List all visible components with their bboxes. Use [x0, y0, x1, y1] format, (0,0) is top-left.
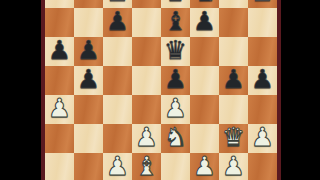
square-d2[interactable]: ♝	[132, 153, 161, 180]
square-h7[interactable]	[248, 8, 277, 37]
square-g3[interactable]: ♛	[219, 124, 248, 153]
piece-black-pawn-c7: ♟	[106, 7, 129, 36]
piece-white-knight-e3: ♞	[164, 123, 187, 152]
chess-board-frame: ♜♚♞♜♟♝♟♟♟♛♟♟♟♟♟♟♟♞♛♟♟♝♟♟	[41, 0, 281, 180]
piece-black-pawn-b5: ♟	[77, 65, 100, 94]
piece-black-pawn-b6: ♟	[77, 36, 100, 65]
square-d5[interactable]	[132, 66, 161, 95]
square-b5[interactable]: ♟	[74, 66, 103, 95]
piece-black-queen-e6: ♛	[164, 36, 187, 65]
square-d6[interactable]	[132, 37, 161, 66]
piece-white-pawn-c2: ♟	[106, 152, 129, 180]
square-a6[interactable]: ♟	[45, 37, 74, 66]
square-a3[interactable]	[45, 124, 74, 153]
square-c4[interactable]	[103, 95, 132, 124]
piece-white-pawn-d3: ♟	[135, 123, 158, 152]
piece-white-pawn-g2: ♟	[222, 152, 245, 180]
square-b8[interactable]	[74, 0, 103, 8]
square-f2[interactable]: ♟	[190, 153, 219, 180]
square-f4[interactable]	[190, 95, 219, 124]
square-e7[interactable]: ♝	[161, 8, 190, 37]
square-c5[interactable]	[103, 66, 132, 95]
square-b4[interactable]	[74, 95, 103, 124]
piece-white-queen-g3: ♛	[222, 123, 245, 152]
square-d7[interactable]	[132, 8, 161, 37]
square-h8[interactable]: ♜	[248, 0, 277, 8]
piece-black-pawn-g5: ♟	[222, 65, 245, 94]
piece-white-pawn-f2: ♟	[193, 152, 216, 180]
square-d8[interactable]	[132, 0, 161, 8]
square-e4[interactable]: ♟	[161, 95, 190, 124]
square-h6[interactable]	[248, 37, 277, 66]
square-a2[interactable]	[45, 153, 74, 180]
piece-black-pawn-h5: ♟	[251, 65, 274, 94]
square-a8[interactable]	[45, 0, 74, 8]
square-g2[interactable]: ♟	[219, 153, 248, 180]
square-b3[interactable]	[74, 124, 103, 153]
piece-black-pawn-f7: ♟	[193, 7, 216, 36]
piece-white-pawn-e4: ♟	[164, 94, 187, 123]
piece-black-pawn-e5: ♟	[164, 65, 187, 94]
square-h2[interactable]	[248, 153, 277, 180]
square-g7[interactable]	[219, 8, 248, 37]
square-h4[interactable]	[248, 95, 277, 124]
square-f5[interactable]	[190, 66, 219, 95]
square-h3[interactable]: ♟	[248, 124, 277, 153]
square-a5[interactable]	[45, 66, 74, 95]
square-e3[interactable]: ♞	[161, 124, 190, 153]
square-g8[interactable]	[219, 0, 248, 8]
piece-white-bishop-d2: ♝	[135, 152, 158, 180]
square-d3[interactable]: ♟	[132, 124, 161, 153]
square-b7[interactable]	[74, 8, 103, 37]
square-b6[interactable]: ♟	[74, 37, 103, 66]
square-c7[interactable]: ♟	[103, 8, 132, 37]
square-e2[interactable]	[161, 153, 190, 180]
piece-black-rook-h8: ♜	[251, 0, 274, 7]
square-g6[interactable]	[219, 37, 248, 66]
piece-white-pawn-a4: ♟	[48, 94, 71, 123]
square-f7[interactable]: ♟	[190, 8, 219, 37]
square-g5[interactable]: ♟	[219, 66, 248, 95]
square-d4[interactable]	[132, 95, 161, 124]
square-a4[interactable]: ♟	[45, 95, 74, 124]
piece-black-bishop-e7: ♝	[164, 7, 187, 36]
square-c2[interactable]: ♟	[103, 153, 132, 180]
square-c6[interactable]	[103, 37, 132, 66]
chess-board: ♜♚♞♜♟♝♟♟♟♛♟♟♟♟♟♟♟♞♛♟♟♝♟♟	[45, 0, 277, 180]
square-e5[interactable]: ♟	[161, 66, 190, 95]
square-h5[interactable]: ♟	[248, 66, 277, 95]
square-a7[interactable]	[45, 8, 74, 37]
square-g4[interactable]	[219, 95, 248, 124]
letterbox-background: ♜♚♞♜♟♝♟♟♟♛♟♟♟♟♟♟♟♞♛♟♟♝♟♟	[0, 0, 320, 180]
piece-white-pawn-h3: ♟	[251, 123, 274, 152]
square-f3[interactable]	[190, 124, 219, 153]
piece-black-pawn-a6: ♟	[48, 36, 71, 65]
square-b2[interactable]	[74, 153, 103, 180]
square-e6[interactable]: ♛	[161, 37, 190, 66]
square-c3[interactable]	[103, 124, 132, 153]
square-f6[interactable]	[190, 37, 219, 66]
